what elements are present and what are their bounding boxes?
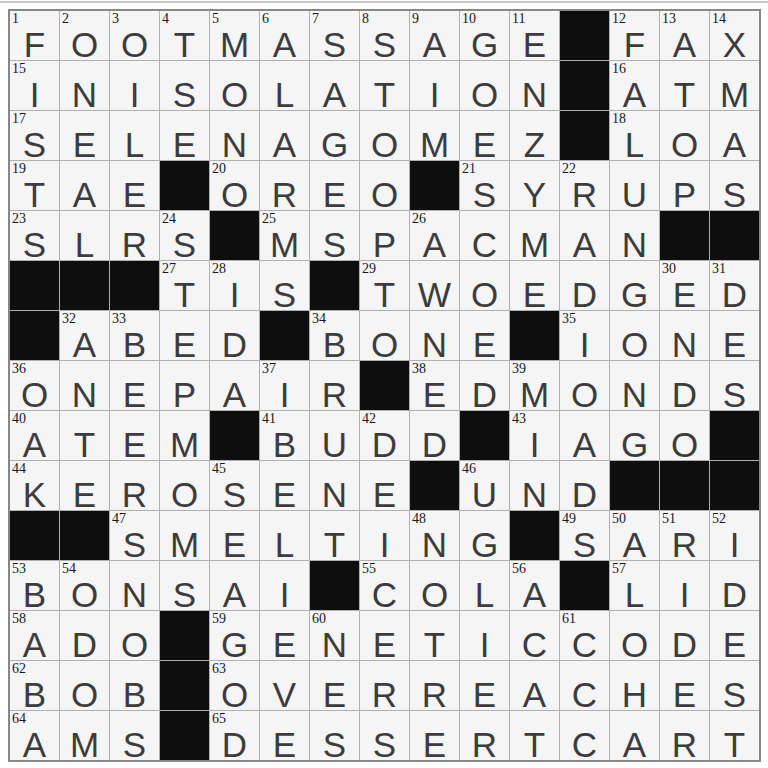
letter-cell[interactable]: 8S [360, 11, 409, 60]
letter-cell[interactable]: E [360, 611, 409, 660]
block-cell [560, 561, 609, 610]
cell-letter: O [610, 627, 659, 662]
letter-cell[interactable]: L [460, 561, 509, 610]
letter-cell[interactable]: R [260, 161, 309, 210]
cell-letter: A [210, 577, 259, 612]
letter-cell[interactable]: T [310, 511, 359, 560]
letter-cell[interactable]: L [110, 111, 159, 160]
letter-cell[interactable]: P [160, 361, 209, 410]
cell-letter: T [60, 427, 109, 462]
letter-cell[interactable]: I [460, 611, 509, 660]
letter-cell[interactable]: A [510, 661, 559, 710]
letter-cell[interactable]: R [360, 661, 409, 710]
letter-cell[interactable]: N [510, 461, 559, 510]
cell-letter: N [310, 477, 359, 512]
top-edge-line [0, 1, 768, 3]
clue-number: 50 [612, 511, 626, 526]
cell-letter: R [360, 677, 409, 712]
letter-cell[interactable]: O [660, 111, 709, 160]
letter-cell[interactable]: 56A [510, 561, 559, 610]
letter-cell[interactable]: I [360, 511, 409, 560]
letter-cell[interactable]: T [60, 411, 109, 460]
letter-cell[interactable]: M [410, 111, 459, 160]
letter-cell[interactable]: B [110, 661, 159, 710]
cell-letter: S [310, 227, 359, 262]
letter-cell[interactable]: O [110, 611, 159, 660]
letter-cell[interactable]: R [110, 461, 159, 510]
cell-letter: E [260, 727, 309, 762]
letter-cell[interactable]: L [260, 61, 309, 110]
cell-letter: G [460, 27, 509, 62]
letter-cell[interactable]: 46U [460, 461, 509, 510]
cell-letter: S [710, 677, 759, 712]
letter-cell[interactable]: 17S [10, 111, 59, 160]
cell-letter: D [360, 427, 409, 462]
letter-cell[interactable]: 4T [160, 11, 209, 60]
cell-letter: Z [510, 127, 559, 162]
letter-cell[interactable]: 65D [210, 711, 259, 760]
block-cell [560, 11, 609, 60]
letter-cell[interactable]: O [560, 361, 609, 410]
clue-number: 25 [262, 211, 276, 226]
cell-letter: E [110, 177, 159, 212]
letter-cell[interactable]: 34B [310, 311, 359, 360]
cell-letter: A [310, 77, 359, 112]
letter-cell[interactable]: 42D [360, 411, 409, 460]
letter-cell[interactable]: E [360, 461, 409, 510]
letter-cell[interactable]: 43I [510, 411, 559, 460]
letter-cell[interactable]: I [110, 61, 159, 110]
block-cell [310, 561, 359, 610]
clue-number: 64 [12, 711, 26, 726]
letter-cell[interactable]: D [460, 361, 509, 410]
letter-cell[interactable]: O [160, 461, 209, 510]
letter-cell[interactable]: U [610, 161, 659, 210]
letter-cell[interactable]: M [60, 711, 109, 760]
letter-cell[interactable]: 49S [560, 511, 609, 560]
letter-cell[interactable]: 10G [460, 11, 509, 60]
letter-cell[interactable]: T [660, 61, 709, 110]
cell-letter: T [360, 277, 409, 312]
letter-cell[interactable]: 62B [10, 661, 59, 710]
letter-cell[interactable]: S [310, 711, 359, 760]
letter-cell[interactable]: G [610, 261, 659, 310]
cell-letter: E [110, 377, 159, 412]
letter-cell[interactable]: 55C [360, 561, 409, 610]
letter-cell[interactable]: N [310, 461, 359, 510]
letter-cell[interactable]: M [710, 61, 759, 110]
letter-cell[interactable]: 9A [410, 11, 459, 60]
letter-cell[interactable]: A [60, 161, 109, 210]
letter-cell[interactable]: N [210, 111, 259, 160]
letter-cell[interactable]: L [60, 211, 109, 260]
letter-cell[interactable]: N [510, 61, 559, 110]
letter-cell[interactable]: D [560, 261, 609, 310]
letter-cell[interactable]: 30E [660, 261, 709, 310]
letter-cell[interactable]: 36O [10, 361, 59, 410]
letter-cell[interactable]: P [660, 161, 709, 210]
letter-cell[interactable]: C [560, 661, 609, 710]
letter-cell[interactable]: I [410, 61, 459, 110]
cell-letter: D [560, 477, 609, 512]
letter-cell[interactable]: N [110, 561, 159, 610]
cell-letter: O [460, 277, 509, 312]
letter-cell[interactable]: A [560, 411, 609, 460]
letter-cell[interactable]: 5M [210, 11, 259, 60]
cell-letter: I [260, 377, 309, 412]
letter-cell[interactable]: D [560, 461, 609, 510]
letter-cell[interactable]: 33B [110, 311, 159, 360]
letter-cell[interactable]: S [160, 561, 209, 610]
cell-letter: A [510, 577, 559, 612]
letter-cell[interactable]: E [310, 161, 359, 210]
letter-cell[interactable]: L [260, 511, 309, 560]
letter-cell[interactable]: M [510, 211, 559, 260]
letter-cell[interactable]: 45S [210, 461, 259, 510]
clue-number: 33 [112, 311, 126, 326]
letter-cell[interactable]: C [460, 211, 509, 260]
cell-letter: S [310, 727, 359, 762]
clue-number: 14 [712, 11, 726, 26]
letter-cell[interactable]: M [160, 511, 209, 560]
cell-letter: A [10, 627, 59, 662]
letter-cell[interactable]: O [460, 261, 509, 310]
letter-cell[interactable]: 57L [610, 561, 659, 610]
letter-cell[interactable]: V [260, 661, 309, 710]
cell-letter: I [410, 77, 459, 112]
cell-letter: M [410, 127, 459, 162]
letter-cell[interactable]: E [710, 611, 759, 660]
cell-letter: E [160, 127, 209, 162]
cell-letter: L [460, 577, 509, 612]
cell-letter: A [60, 327, 109, 362]
letter-cell[interactable]: D [60, 611, 109, 660]
letter-cell[interactable]: E [710, 311, 759, 360]
letter-cell[interactable]: 35I [560, 311, 609, 360]
letter-cell[interactable]: S [710, 361, 759, 410]
cell-letter: D [660, 377, 709, 412]
letter-cell[interactable]: A [210, 561, 259, 610]
letter-cell[interactable]: E [110, 411, 159, 460]
clue-number: 27 [162, 261, 176, 276]
letter-cell[interactable]: 15I [10, 61, 59, 110]
clue-number: 8 [362, 11, 369, 26]
letter-cell[interactable]: 11E [510, 11, 559, 60]
cell-letter: E [60, 127, 109, 162]
cell-letter: N [60, 77, 109, 112]
letter-cell[interactable]: 44K [10, 461, 59, 510]
block-cell [310, 261, 359, 310]
cell-letter: E [210, 527, 259, 562]
cell-letter: D [60, 627, 109, 662]
letter-cell[interactable]: Y [510, 161, 559, 210]
letter-cell[interactable]: E [160, 311, 209, 360]
cell-letter: R [660, 727, 709, 762]
letter-cell[interactable]: O [610, 311, 659, 360]
letter-cell[interactable]: 41B [260, 411, 309, 460]
letter-cell[interactable]: 53B [10, 561, 59, 610]
letter-cell[interactable]: 23S [10, 211, 59, 260]
clue-number: 43 [512, 411, 526, 426]
letter-cell[interactable]: 51R [660, 511, 709, 560]
letter-cell[interactable]: 60N [310, 611, 359, 660]
letter-cell[interactable]: 27T [160, 261, 209, 310]
cell-letter: O [10, 377, 59, 412]
clue-number: 47 [112, 511, 126, 526]
cell-letter: W [410, 277, 459, 312]
cell-letter: B [110, 677, 159, 712]
letter-cell[interactable]: N [60, 361, 109, 410]
letter-cell[interactable]: A [210, 361, 259, 410]
letter-cell[interactable]: R [410, 661, 459, 710]
cell-letter: E [360, 477, 409, 512]
letter-cell[interactable]: A [610, 711, 659, 760]
letter-cell[interactable]: G [610, 411, 659, 460]
clue-number: 56 [512, 561, 526, 576]
letter-cell[interactable]: 50A [610, 511, 659, 560]
letter-cell[interactable]: N [610, 361, 659, 410]
letter-cell[interactable]: 40A [10, 411, 59, 460]
clue-number: 21 [462, 161, 476, 176]
letter-cell[interactable]: A [560, 211, 609, 260]
letter-cell[interactable]: O [460, 61, 509, 110]
cell-letter: E [460, 327, 509, 362]
clue-number: 15 [12, 61, 26, 76]
cell-letter: F [610, 27, 659, 62]
cell-letter: G [610, 427, 659, 462]
letter-cell[interactable]: O [360, 161, 409, 210]
letter-cell[interactable]: 59G [210, 611, 259, 660]
letter-cell[interactable]: 12F [610, 11, 659, 60]
letter-cell[interactable]: D [410, 411, 459, 460]
letter-cell[interactable]: O [360, 111, 409, 160]
cell-letter: E [310, 177, 359, 212]
letter-cell[interactable]: 21S [460, 161, 509, 210]
letter-cell[interactable]: R [110, 211, 159, 260]
letter-cell[interactable]: 13A [660, 11, 709, 60]
letter-cell[interactable]: 48N [410, 511, 459, 560]
block-cell [60, 511, 109, 560]
cell-letter: N [410, 327, 459, 362]
letter-cell[interactable]: 20O [210, 161, 259, 210]
letter-cell[interactable]: S [160, 61, 209, 110]
letter-cell[interactable]: 31D [710, 261, 759, 310]
cell-letter: E [110, 427, 159, 462]
cell-letter: S [710, 377, 759, 412]
letter-cell[interactable]: A [710, 111, 759, 160]
letter-cell[interactable]: 18L [610, 111, 659, 160]
cell-letter: D [460, 377, 509, 412]
letter-cell[interactable]: 32A [60, 311, 109, 360]
letter-cell[interactable]: S [260, 261, 309, 310]
clue-number: 12 [612, 11, 626, 26]
letter-cell[interactable]: O [410, 561, 459, 610]
cell-letter: A [10, 727, 59, 762]
clue-number: 57 [612, 561, 626, 576]
letter-cell[interactable]: E [260, 711, 309, 760]
letter-cell[interactable]: N [60, 61, 109, 110]
letter-cell[interactable]: O [210, 61, 259, 110]
cell-letter: S [160, 77, 209, 112]
letter-cell[interactable]: R [460, 711, 509, 760]
letter-cell[interactable]: S [360, 711, 409, 760]
clue-number: 16 [612, 61, 626, 76]
letter-cell[interactable]: 54O [60, 561, 109, 610]
letter-cell[interactable]: S [310, 211, 359, 260]
letter-cell[interactable]: I [260, 561, 309, 610]
cell-letter: A [610, 527, 659, 562]
clue-number: 23 [12, 211, 26, 226]
letter-cell[interactable]: 7S [310, 11, 359, 60]
cell-letter: B [260, 427, 309, 462]
cell-letter: R [110, 477, 159, 512]
clue-number: 18 [612, 111, 626, 126]
letter-cell[interactable]: T [510, 711, 559, 760]
letter-cell[interactable]: G [460, 511, 509, 560]
letter-cell[interactable]: 25M [260, 211, 309, 260]
letter-cell[interactable]: I [660, 561, 709, 610]
block-cell [160, 661, 209, 710]
letter-cell[interactable]: E [410, 711, 459, 760]
letter-cell[interactable]: 63O [210, 661, 259, 710]
letter-cell[interactable]: 1F [10, 11, 59, 60]
cell-letter: O [360, 327, 409, 362]
letter-cell[interactable]: 24S [160, 211, 209, 260]
clue-number: 51 [662, 511, 676, 526]
cell-letter: I [510, 427, 559, 462]
clue-number: 2 [62, 11, 69, 26]
letter-cell[interactable]: D [710, 561, 759, 610]
cell-letter: S [10, 227, 59, 262]
cell-letter: S [260, 277, 309, 312]
letter-cell[interactable]: W [410, 261, 459, 310]
block-cell [660, 211, 709, 260]
letter-cell[interactable]: 39M [510, 361, 559, 410]
letter-cell[interactable]: S [110, 711, 159, 760]
letter-cell[interactable]: D [210, 311, 259, 360]
letter-cell[interactable]: E [260, 461, 309, 510]
clue-number: 3 [112, 11, 119, 26]
letter-cell[interactable]: 58A [10, 611, 59, 660]
cell-letter: S [160, 227, 209, 262]
letter-cell[interactable]: E [110, 361, 159, 410]
letter-cell[interactable]: E [110, 161, 159, 210]
letter-cell[interactable]: S [710, 661, 759, 710]
letter-cell[interactable]: G [310, 111, 359, 160]
letter-cell[interactable]: O [360, 311, 409, 360]
clue-number: 4 [162, 11, 169, 26]
cell-letter: B [10, 577, 59, 612]
letter-cell[interactable]: 2O [60, 11, 109, 60]
letter-cell[interactable]: R [310, 361, 359, 410]
letter-cell[interactable]: Z [510, 111, 559, 160]
letter-cell[interactable]: S [710, 161, 759, 210]
letter-cell[interactable]: 28I [210, 261, 259, 310]
letter-cell[interactable]: 29T [360, 261, 409, 310]
letter-cell[interactable]: E [160, 111, 209, 160]
letter-cell[interactable]: C [510, 611, 559, 660]
clue-number: 19 [12, 161, 26, 176]
letter-cell[interactable]: N [610, 211, 659, 260]
letter-cell[interactable]: O [60, 661, 109, 710]
cell-letter: I [460, 627, 509, 662]
letter-cell[interactable]: A [260, 111, 309, 160]
letter-cell[interactable]: E [60, 111, 109, 160]
letter-cell[interactable]: E [60, 461, 109, 510]
letter-cell[interactable]: E [660, 661, 709, 710]
letter-cell[interactable]: T [710, 711, 759, 760]
cell-letter: R [560, 177, 609, 212]
letter-cell[interactable]: T [410, 611, 459, 660]
letter-cell[interactable]: E [460, 311, 509, 360]
block-cell [110, 261, 159, 310]
letter-cell[interactable]: A [310, 61, 359, 110]
cell-letter: M [710, 77, 759, 112]
cell-letter: B [310, 327, 359, 362]
letter-cell[interactable]: 38E [410, 361, 459, 410]
cell-letter: I [110, 77, 159, 112]
letter-cell[interactable]: E [460, 661, 509, 710]
letter-cell[interactable]: D [660, 611, 709, 660]
cell-letter: A [410, 227, 459, 262]
letter-cell[interactable]: E [310, 661, 359, 710]
letter-cell[interactable]: D [660, 361, 709, 410]
letter-cell[interactable]: E [460, 111, 509, 160]
letter-cell[interactable]: 26A [410, 211, 459, 260]
cell-letter: E [510, 277, 559, 312]
cell-letter: T [10, 177, 59, 212]
letter-cell[interactable]: O [610, 611, 659, 660]
cell-letter: A [560, 227, 609, 262]
letter-cell[interactable]: O [660, 411, 709, 460]
letter-cell[interactable]: N [660, 311, 709, 360]
letter-cell[interactable]: 22R [560, 161, 609, 210]
letter-cell[interactable]: 47S [110, 511, 159, 560]
cell-letter: P [360, 227, 409, 262]
letter-cell[interactable]: 6A [260, 11, 309, 60]
cell-letter: M [510, 377, 559, 412]
cell-letter: T [360, 77, 409, 112]
letter-cell[interactable]: E [210, 511, 259, 560]
cell-letter: E [260, 477, 309, 512]
letter-cell[interactable]: E [260, 611, 309, 660]
letter-cell[interactable]: 16A [610, 61, 659, 110]
cell-letter: N [210, 127, 259, 162]
letter-cell[interactable]: M [160, 411, 209, 460]
letter-cell[interactable]: E [510, 261, 559, 310]
letter-cell[interactable]: 19T [10, 161, 59, 210]
crossword-grid: 1F2O3O4T5M6A7S8S9A10G11E12F13A14X15INISO… [8, 9, 761, 762]
cell-letter: K [10, 477, 59, 512]
cell-letter: T [410, 627, 459, 662]
letter-cell[interactable]: T [360, 61, 409, 110]
cell-letter: V [260, 677, 309, 712]
cell-letter: C [560, 727, 609, 762]
letter-cell[interactable]: R [660, 711, 709, 760]
letter-cell[interactable]: 52I [710, 511, 759, 560]
letter-cell[interactable]: P [360, 211, 409, 260]
letter-cell[interactable]: N [410, 311, 459, 360]
letter-cell[interactable]: 64A [10, 711, 59, 760]
letter-cell[interactable]: U [310, 411, 359, 460]
letter-cell[interactable]: 3O [110, 11, 159, 60]
cell-letter: S [110, 727, 159, 762]
letter-cell[interactable]: 61C [560, 611, 609, 660]
letter-cell[interactable]: C [560, 711, 609, 760]
letter-cell[interactable]: 37I [260, 361, 309, 410]
letter-cell[interactable]: 14X [710, 11, 759, 60]
letter-cell[interactable]: H [610, 661, 659, 710]
